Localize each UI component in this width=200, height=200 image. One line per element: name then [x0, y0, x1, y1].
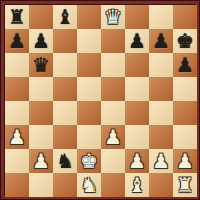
piece-black-pawn-b7[interactable]: ♟ [29, 29, 53, 53]
piece-black-knight-c2[interactable]: ♞ [53, 149, 77, 173]
piece-black-pawn-f7[interactable]: ♟ [125, 29, 149, 53]
square-d3[interactable] [77, 125, 101, 149]
piece-white-pawn-f2[interactable]: ♟ [125, 149, 149, 173]
square-c8[interactable]: ♝ [53, 5, 77, 29]
square-g7[interactable]: ♟ [149, 29, 173, 53]
square-c3[interactable] [53, 125, 77, 149]
square-a5[interactable] [5, 77, 29, 101]
piece-white-pawn-h2[interactable]: ♟ [173, 149, 197, 173]
square-g3[interactable] [149, 125, 173, 149]
square-f2[interactable]: ♟ [125, 149, 149, 173]
square-d5[interactable] [77, 77, 101, 101]
square-d8[interactable] [77, 5, 101, 29]
square-e6[interactable] [101, 53, 125, 77]
square-b1[interactable] [29, 173, 53, 197]
square-h5[interactable] [173, 77, 197, 101]
chess-board[interactable]: ♜♝♛♟♟♟♟♚♛♟♟♟♟♞♚♟♟♟♞♝♜ [4, 4, 196, 196]
square-c6[interactable] [53, 53, 77, 77]
square-g6[interactable] [149, 53, 173, 77]
square-f5[interactable] [125, 77, 149, 101]
piece-white-pawn-b2[interactable]: ♟ [29, 149, 53, 173]
square-c4[interactable] [53, 101, 77, 125]
square-f6[interactable] [125, 53, 149, 77]
piece-black-pawn-h6[interactable]: ♟ [173, 53, 197, 77]
piece-white-knight-d1[interactable]: ♞ [77, 173, 101, 197]
square-a4[interactable] [5, 101, 29, 125]
square-c5[interactable] [53, 77, 77, 101]
square-b5[interactable] [29, 77, 53, 101]
square-c7[interactable] [53, 29, 77, 53]
piece-white-pawn-g2[interactable]: ♟ [149, 149, 173, 173]
square-b3[interactable] [29, 125, 53, 149]
piece-white-bishop-f1[interactable]: ♝ [125, 173, 149, 197]
square-g4[interactable] [149, 101, 173, 125]
square-a6[interactable] [5, 53, 29, 77]
square-f4[interactable] [125, 101, 149, 125]
square-h7[interactable]: ♚ [173, 29, 197, 53]
piece-white-pawn-a3[interactable]: ♟ [5, 125, 29, 149]
square-a3[interactable]: ♟ [5, 125, 29, 149]
square-b4[interactable] [29, 101, 53, 125]
square-a2[interactable] [5, 149, 29, 173]
square-h8[interactable] [173, 5, 197, 29]
square-d4[interactable] [77, 101, 101, 125]
square-d1[interactable]: ♞ [77, 173, 101, 197]
piece-black-pawn-g7[interactable]: ♟ [149, 29, 173, 53]
square-e4[interactable] [101, 101, 125, 125]
square-f7[interactable]: ♟ [125, 29, 149, 53]
piece-black-king-h7[interactable]: ♚ [173, 29, 197, 53]
square-h2[interactable]: ♟ [173, 149, 197, 173]
piece-black-bishop-c8[interactable]: ♝ [53, 5, 77, 29]
square-h1[interactable]: ♜ [173, 173, 197, 197]
square-f1[interactable]: ♝ [125, 173, 149, 197]
square-e1[interactable] [101, 173, 125, 197]
piece-white-rook-h1[interactable]: ♜ [173, 173, 197, 197]
square-e5[interactable] [101, 77, 125, 101]
square-d6[interactable] [77, 53, 101, 77]
square-e7[interactable] [101, 29, 125, 53]
piece-black-queen-b6[interactable]: ♛ [29, 53, 53, 77]
board-frame: ♜♝♛♟♟♟♟♚♛♟♟♟♟♞♚♟♟♟♞♝♜ [0, 0, 200, 200]
piece-black-pawn-a7[interactable]: ♟ [5, 29, 29, 53]
square-d7[interactable] [77, 29, 101, 53]
square-f3[interactable] [125, 125, 149, 149]
square-g1[interactable] [149, 173, 173, 197]
square-f8[interactable] [125, 5, 149, 29]
square-h4[interactable] [173, 101, 197, 125]
square-e3[interactable]: ♟ [101, 125, 125, 149]
square-c2[interactable]: ♞ [53, 149, 77, 173]
square-b6[interactable]: ♛ [29, 53, 53, 77]
square-e8[interactable]: ♛ [101, 5, 125, 29]
piece-white-pawn-e3[interactable]: ♟ [101, 125, 125, 149]
square-d2[interactable]: ♚ [77, 149, 101, 173]
piece-white-queen-e8[interactable]: ♛ [101, 5, 125, 29]
square-g5[interactable] [149, 77, 173, 101]
piece-black-rook-a8[interactable]: ♜ [5, 5, 29, 29]
square-g2[interactable]: ♟ [149, 149, 173, 173]
square-a7[interactable]: ♟ [5, 29, 29, 53]
square-a8[interactable]: ♜ [5, 5, 29, 29]
square-h3[interactable] [173, 125, 197, 149]
square-g8[interactable] [149, 5, 173, 29]
square-b8[interactable] [29, 5, 53, 29]
square-b2[interactable]: ♟ [29, 149, 53, 173]
square-c1[interactable] [53, 173, 77, 197]
square-e2[interactable] [101, 149, 125, 173]
square-h6[interactable]: ♟ [173, 53, 197, 77]
square-a1[interactable] [5, 173, 29, 197]
piece-white-king-d2[interactable]: ♚ [77, 149, 101, 173]
square-b7[interactable]: ♟ [29, 29, 53, 53]
